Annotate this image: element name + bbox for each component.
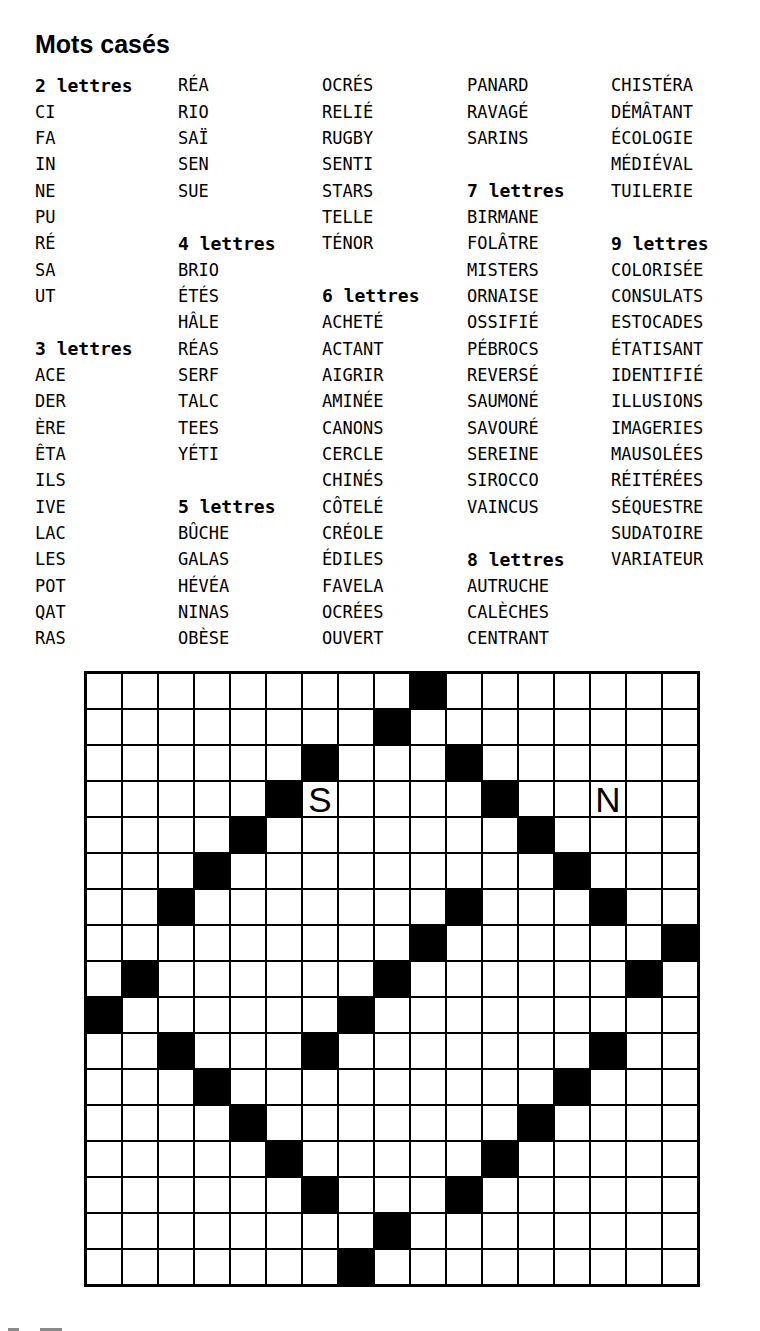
grid-cell[interactable] — [339, 710, 373, 744]
grid-cell[interactable] — [87, 962, 121, 996]
grid-cell[interactable] — [123, 710, 157, 744]
grid-cell[interactable] — [231, 1142, 265, 1176]
grid-cell[interactable] — [159, 1142, 193, 1176]
grid-cell[interactable] — [231, 998, 265, 1032]
grid-cell[interactable] — [411, 1034, 445, 1068]
grid-cell[interactable] — [411, 1070, 445, 1104]
grid-cell[interactable] — [87, 818, 121, 852]
word-list-item: AMINÉE — [322, 388, 420, 414]
grid-cell[interactable] — [627, 1214, 661, 1248]
grid-cell[interactable] — [267, 1034, 301, 1068]
grid-cell[interactable] — [303, 1214, 337, 1248]
grid-cell[interactable] — [447, 1106, 481, 1140]
grid-cell[interactable] — [375, 818, 409, 852]
grid-cell[interactable] — [519, 674, 553, 708]
grid-cell[interactable] — [123, 1178, 157, 1212]
grid-cell[interactable] — [555, 782, 589, 816]
word-list-spacer — [322, 256, 420, 282]
grid-cell[interactable] — [483, 710, 517, 744]
grid-cell[interactable] — [663, 1106, 697, 1140]
grid-cell[interactable] — [663, 1178, 697, 1212]
grid-cell[interactable] — [447, 1250, 481, 1284]
grid-cell[interactable] — [231, 854, 265, 888]
grid-cell[interactable] — [267, 818, 301, 852]
grid-cell[interactable] — [87, 1178, 121, 1212]
grid-cell[interactable] — [627, 1142, 661, 1176]
grid-cell[interactable] — [555, 926, 589, 960]
grid-cell[interactable] — [411, 1214, 445, 1248]
grid-cell[interactable] — [195, 1142, 229, 1176]
word-list-item: RUGBY — [322, 125, 420, 151]
grid-cell[interactable] — [555, 1034, 589, 1068]
grid-cell[interactable] — [483, 1070, 517, 1104]
grid-cell[interactable] — [663, 1142, 697, 1176]
grid-cell[interactable] — [627, 890, 661, 924]
grid-cell[interactable] — [303, 710, 337, 744]
grid-cell[interactable] — [195, 962, 229, 996]
grid-cell[interactable] — [375, 926, 409, 960]
grid-cell[interactable] — [519, 746, 553, 780]
grid-cell[interactable] — [447, 1214, 481, 1248]
grid-cell[interactable] — [195, 674, 229, 708]
grid-cell[interactable] — [411, 746, 445, 780]
grid-cell[interactable] — [87, 890, 121, 924]
grid-cell[interactable] — [591, 926, 625, 960]
grid-cell[interactable] — [339, 782, 373, 816]
grid-cell[interactable] — [339, 746, 373, 780]
grid-cell[interactable] — [339, 674, 373, 708]
grid-cell[interactable] — [123, 1070, 157, 1104]
grid-cell[interactable] — [483, 1214, 517, 1248]
grid-cell[interactable] — [483, 962, 517, 996]
grid-cell[interactable] — [483, 1034, 517, 1068]
black-cell — [339, 1250, 373, 1284]
grid-cell[interactable] — [519, 1214, 553, 1248]
grid-cell[interactable] — [663, 1250, 697, 1284]
grid-cell[interactable] — [519, 1142, 553, 1176]
grid-cell[interactable] — [663, 674, 697, 708]
grid-cell[interactable] — [627, 710, 661, 744]
grid-cell[interactable] — [555, 674, 589, 708]
grid-cell[interactable] — [519, 998, 553, 1032]
word-list-item: SAÏ — [178, 125, 276, 151]
word-list-item: PÉBROCS — [467, 335, 565, 361]
grid-cell[interactable] — [591, 674, 625, 708]
grid-cell[interactable] — [123, 998, 157, 1032]
grid-cell[interactable] — [375, 1178, 409, 1212]
grid-cell[interactable] — [591, 1070, 625, 1104]
word-list-item: IN — [35, 151, 133, 177]
grid-cell[interactable] — [87, 854, 121, 888]
grid-cell[interactable] — [375, 1070, 409, 1104]
grid-cell[interactable] — [555, 1178, 589, 1212]
word-list-item: SEREINE — [467, 441, 565, 467]
grid-cell[interactable] — [591, 746, 625, 780]
grid-cell[interactable] — [159, 854, 193, 888]
grid-cell[interactable] — [267, 1250, 301, 1284]
grid-cell[interactable] — [303, 1250, 337, 1284]
grid-cell[interactable] — [87, 1142, 121, 1176]
grid-cell[interactable] — [555, 710, 589, 744]
grid-cell[interactable] — [483, 926, 517, 960]
grid-cell[interactable] — [231, 1034, 265, 1068]
grid-cell[interactable] — [231, 782, 265, 816]
grid-cell[interactable] — [483, 746, 517, 780]
grid-cell[interactable] — [411, 818, 445, 852]
grid-cell[interactable] — [483, 674, 517, 708]
grid-cell[interactable] — [555, 1214, 589, 1248]
grid-cell-prefilled[interactable]: N — [591, 782, 625, 816]
grid-cell[interactable] — [591, 1106, 625, 1140]
grid-cell[interactable] — [447, 818, 481, 852]
grid-cell[interactable] — [627, 854, 661, 888]
word-list-item: OCRÉS — [322, 72, 420, 98]
word-list-item: OCRÉES — [322, 599, 420, 625]
grid-cell[interactable] — [627, 1070, 661, 1104]
grid-cell[interactable] — [411, 1178, 445, 1212]
grid-cell[interactable] — [591, 1142, 625, 1176]
grid-cell[interactable] — [87, 1214, 121, 1248]
grid-cell[interactable] — [87, 1250, 121, 1284]
grid-cell[interactable] — [123, 926, 157, 960]
grid-cell[interactable] — [627, 1106, 661, 1140]
black-cell — [447, 890, 481, 924]
grid-cell[interactable] — [375, 782, 409, 816]
grid-cell[interactable] — [339, 854, 373, 888]
grid-cell[interactable] — [339, 1214, 373, 1248]
word-list-item: FAVELA — [322, 573, 420, 599]
grid-cell[interactable] — [231, 1178, 265, 1212]
grid-cell[interactable] — [627, 1250, 661, 1284]
grid-cell[interactable] — [231, 1250, 265, 1284]
word-list-item: HÂLE — [178, 309, 276, 335]
grid-cell[interactable] — [627, 998, 661, 1032]
grid-cell[interactable] — [483, 1250, 517, 1284]
grid-cell[interactable] — [447, 674, 481, 708]
grid-cell[interactable] — [87, 746, 121, 780]
grid-cell[interactable] — [123, 1106, 157, 1140]
grid-cell[interactable] — [159, 962, 193, 996]
grid-cell[interactable] — [339, 1106, 373, 1140]
grid-cell[interactable] — [663, 1070, 697, 1104]
grid-cell[interactable] — [87, 782, 121, 816]
grid-cell[interactable] — [555, 962, 589, 996]
grid-cell[interactable] — [87, 1070, 121, 1104]
grid-cell[interactable] — [447, 926, 481, 960]
grid-cell[interactable] — [483, 1106, 517, 1140]
grid-cell[interactable] — [267, 926, 301, 960]
grid-cell[interactable] — [195, 1034, 229, 1068]
grid-cell[interactable] — [519, 782, 553, 816]
grid-cell[interactable] — [663, 854, 697, 888]
grid-cell[interactable] — [447, 962, 481, 996]
word-list-item: GALAS — [178, 546, 276, 572]
grid-cell[interactable] — [627, 782, 661, 816]
grid-cell[interactable] — [231, 1214, 265, 1248]
grid-cell[interactable] — [339, 1142, 373, 1176]
grid-cell[interactable] — [375, 746, 409, 780]
grid-cell[interactable] — [195, 890, 229, 924]
grid-cell[interactable] — [159, 1106, 193, 1140]
grid-cell[interactable] — [591, 962, 625, 996]
word-list-item: SUE — [178, 177, 276, 203]
grid-cell[interactable] — [231, 1070, 265, 1104]
grid-cell[interactable] — [663, 710, 697, 744]
grid-cell[interactable] — [303, 998, 337, 1032]
grid-cell[interactable] — [375, 1250, 409, 1284]
grid-cell[interactable] — [195, 1178, 229, 1212]
grid-cell[interactable] — [267, 674, 301, 708]
grid-cell[interactable] — [339, 1070, 373, 1104]
grid-cell[interactable] — [231, 746, 265, 780]
grid-cell[interactable] — [231, 674, 265, 708]
grid-cell[interactable] — [519, 1070, 553, 1104]
grid-cell[interactable] — [87, 1106, 121, 1140]
grid-cell[interactable] — [627, 746, 661, 780]
grid-cell[interactable] — [159, 710, 193, 744]
word-list-item: CI — [35, 98, 133, 124]
grid-cell[interactable] — [267, 1178, 301, 1212]
word-list-item: FA — [35, 125, 133, 151]
grid-cell[interactable] — [519, 962, 553, 996]
grid-cell[interactable] — [591, 710, 625, 744]
word-length-header: 7 lettres — [467, 177, 565, 203]
word-list-item: IVE — [35, 494, 133, 520]
grid-cell[interactable] — [159, 818, 193, 852]
grid-cell[interactable] — [195, 998, 229, 1032]
grid-cell[interactable] — [627, 1034, 661, 1068]
word-list-item: NINAS — [178, 599, 276, 625]
grid-cell[interactable] — [303, 962, 337, 996]
grid-cell[interactable] — [375, 1142, 409, 1176]
word-list-item: CÔTELÉ — [322, 494, 420, 520]
grid-cell[interactable] — [267, 962, 301, 996]
grid-cell[interactable] — [339, 890, 373, 924]
grid-cell[interactable] — [555, 746, 589, 780]
grid-cell[interactable] — [519, 1034, 553, 1068]
grid-cell[interactable] — [375, 890, 409, 924]
grid-cell[interactable] — [159, 1070, 193, 1104]
grid-cell-prefilled[interactable]: S — [303, 782, 337, 816]
grid-cell[interactable] — [195, 1106, 229, 1140]
grid-cell[interactable] — [123, 1250, 157, 1284]
grid-cell[interactable] — [339, 818, 373, 852]
grid-cell[interactable] — [519, 1250, 553, 1284]
grid-cell[interactable] — [519, 890, 553, 924]
grid-cell[interactable] — [123, 818, 157, 852]
grid-cell[interactable] — [555, 890, 589, 924]
grid-cell[interactable] — [663, 782, 697, 816]
grid-cell[interactable] — [159, 746, 193, 780]
grid-cell[interactable] — [159, 674, 193, 708]
grid-cell[interactable] — [447, 998, 481, 1032]
grid-cell[interactable] — [447, 1034, 481, 1068]
grid-cell[interactable] — [627, 818, 661, 852]
grid-cell[interactable] — [483, 854, 517, 888]
grid-cell[interactable] — [159, 782, 193, 816]
grid-cell[interactable] — [159, 1250, 193, 1284]
grid-cell[interactable] — [627, 926, 661, 960]
black-cell — [87, 998, 121, 1032]
grid-cell[interactable] — [303, 1142, 337, 1176]
grid-cell[interactable] — [519, 710, 553, 744]
word-list-item: SA — [35, 256, 133, 282]
grid-cell[interactable] — [123, 1214, 157, 1248]
grid-cell[interactable] — [303, 890, 337, 924]
grid-cell[interactable] — [663, 1214, 697, 1248]
grid-cell[interactable] — [663, 818, 697, 852]
word-list-spacer — [35, 309, 133, 335]
grid-cell[interactable] — [267, 1070, 301, 1104]
grid-cell[interactable] — [519, 854, 553, 888]
grid-cell[interactable] — [123, 782, 157, 816]
word-list-item: AUTRUCHE — [467, 573, 565, 599]
grid-cell[interactable] — [123, 890, 157, 924]
grid-cell[interactable] — [447, 1070, 481, 1104]
grid-cell[interactable] — [519, 926, 553, 960]
word-list-item: AIGRIR — [322, 362, 420, 388]
grid-cell[interactable] — [555, 1142, 589, 1176]
grid-cell[interactable] — [555, 818, 589, 852]
grid-cell[interactable] — [411, 1142, 445, 1176]
word-list-spacer — [611, 204, 709, 230]
black-cell — [555, 1070, 589, 1104]
grid-cell[interactable] — [267, 1214, 301, 1248]
word-length-header: 6 lettres — [322, 283, 420, 309]
grid-cell[interactable] — [375, 674, 409, 708]
grid-cell[interactable] — [123, 674, 157, 708]
grid-cell[interactable] — [231, 926, 265, 960]
grid-cell[interactable] — [483, 890, 517, 924]
grid-cell[interactable] — [339, 962, 373, 996]
grid-cell[interactable] — [195, 1214, 229, 1248]
grid-cell[interactable] — [447, 710, 481, 744]
grid-cell[interactable] — [303, 926, 337, 960]
grid-cell[interactable] — [375, 998, 409, 1032]
grid-cell[interactable] — [87, 1034, 121, 1068]
grid-cell[interactable] — [123, 746, 157, 780]
grid-cell[interactable] — [267, 1106, 301, 1140]
grid-cell[interactable] — [339, 926, 373, 960]
grid-cell[interactable] — [303, 1106, 337, 1140]
grid-cell[interactable] — [411, 854, 445, 888]
grid-cell[interactable] — [303, 818, 337, 852]
grid-cell[interactable] — [123, 854, 157, 888]
grid-cell[interactable] — [123, 1142, 157, 1176]
grid-cell[interactable] — [483, 818, 517, 852]
word-list-item: SUDATOIRE — [611, 520, 709, 546]
grid-cell[interactable] — [627, 674, 661, 708]
grid-cell[interactable] — [591, 1178, 625, 1212]
grid-cell[interactable] — [195, 1250, 229, 1284]
grid-cell[interactable] — [591, 1250, 625, 1284]
grid-cell[interactable] — [195, 926, 229, 960]
grid-cell[interactable] — [447, 1142, 481, 1176]
grid-cell[interactable] — [591, 998, 625, 1032]
grid-cell[interactable] — [303, 674, 337, 708]
word-list-item: ÉTÉS — [178, 283, 276, 309]
grid-cell[interactable] — [555, 1106, 589, 1140]
grid-cell[interactable] — [663, 746, 697, 780]
grid-cell[interactable] — [663, 998, 697, 1032]
grid-cell[interactable] — [159, 1178, 193, 1212]
grid-cell[interactable] — [195, 710, 229, 744]
grid-cell[interactable] — [663, 890, 697, 924]
grid-cell[interactable] — [591, 818, 625, 852]
word-list-item: SAUMONÉ — [467, 388, 565, 414]
grid-cell[interactable] — [267, 710, 301, 744]
grid-cell[interactable] — [519, 1178, 553, 1212]
grid-cell[interactable] — [483, 998, 517, 1032]
grid-cell[interactable] — [375, 1106, 409, 1140]
grid-cell[interactable] — [591, 854, 625, 888]
word-list-item: ÈRE — [35, 414, 133, 440]
grid-cell[interactable] — [591, 1214, 625, 1248]
grid-cell[interactable] — [375, 1034, 409, 1068]
grid-cell[interactable] — [627, 1178, 661, 1212]
word-length-header: 2 lettres — [35, 72, 133, 98]
grid-cell[interactable] — [195, 746, 229, 780]
grid-cell[interactable] — [555, 998, 589, 1032]
word-list-item: CENTRANT — [467, 625, 565, 651]
grid-cell[interactable] — [159, 1214, 193, 1248]
word-list-item: CHISTÉRA — [611, 72, 709, 98]
grid-cell[interactable] — [411, 962, 445, 996]
grid-cell[interactable] — [231, 890, 265, 924]
grid-cell[interactable] — [663, 962, 697, 996]
grid-cell[interactable] — [411, 890, 445, 924]
grid-cell[interactable] — [159, 998, 193, 1032]
grid-cell[interactable] — [375, 854, 409, 888]
grid-cell[interactable] — [303, 854, 337, 888]
grid-cell[interactable] — [447, 782, 481, 816]
grid-cell[interactable] — [159, 926, 193, 960]
grid-cell[interactable] — [87, 674, 121, 708]
grid-cell[interactable] — [483, 1178, 517, 1212]
grid-cell[interactable] — [231, 962, 265, 996]
grid-cell[interactable] — [123, 1034, 157, 1068]
grid-cell[interactable] — [411, 998, 445, 1032]
black-cell — [267, 782, 301, 816]
grid-cell[interactable] — [555, 1250, 589, 1284]
grid-cell[interactable] — [411, 710, 445, 744]
grid-cell[interactable] — [87, 710, 121, 744]
grid-cell[interactable] — [411, 782, 445, 816]
grid-cell[interactable] — [447, 854, 481, 888]
grid-cell[interactable] — [195, 782, 229, 816]
word-list-item: ÉCOLOGIE — [611, 125, 709, 151]
grid-cell[interactable] — [267, 890, 301, 924]
black-cell — [267, 1142, 301, 1176]
grid-cell[interactable] — [267, 746, 301, 780]
black-cell — [591, 1034, 625, 1068]
grid-cell[interactable] — [231, 710, 265, 744]
grid-cell[interactable] — [303, 1070, 337, 1104]
grid-cell[interactable] — [267, 998, 301, 1032]
word-list-item: ACE — [35, 362, 133, 388]
grid-cell[interactable] — [195, 818, 229, 852]
grid-cell[interactable] — [267, 854, 301, 888]
black-cell — [447, 1178, 481, 1212]
grid-cell[interactable] — [663, 1034, 697, 1068]
grid-cell[interactable] — [339, 1178, 373, 1212]
grid-cell[interactable] — [411, 1250, 445, 1284]
word-list-item: CRÉOLE — [322, 520, 420, 546]
grid-cell[interactable] — [87, 926, 121, 960]
word-list-item: FOLÂTRE — [467, 230, 565, 256]
grid-cell[interactable] — [339, 1034, 373, 1068]
grid-cell[interactable] — [411, 1106, 445, 1140]
